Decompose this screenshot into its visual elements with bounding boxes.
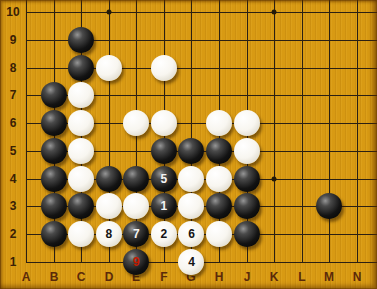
stone-white-C4[interactable] (68, 166, 94, 192)
stone-black-F3[interactable]: 1 (151, 193, 177, 219)
stone-black-B7[interactable] (41, 82, 67, 108)
star-point-K10 (272, 10, 277, 15)
row-coordinate-label: 10 (2, 5, 24, 19)
row-coordinate-label: 2 (2, 227, 24, 241)
move-number-label: 8 (105, 228, 112, 240)
stone-white-J5[interactable] (234, 138, 260, 164)
stone-white-F6[interactable] (151, 110, 177, 136)
row-coordinate-label: 7 (2, 88, 24, 102)
move-number-label: 7 (133, 228, 140, 240)
column-coordinate-label: B (45, 270, 63, 284)
stone-black-B3[interactable] (41, 193, 67, 219)
stone-black-B6[interactable] (41, 110, 67, 136)
stone-black-M3[interactable] (316, 193, 342, 219)
stone-white-D3[interactable] (96, 193, 122, 219)
row-coordinate-label: 1 (2, 255, 24, 269)
stone-black-C9[interactable] (68, 27, 94, 53)
stone-white-G1[interactable]: 4 (178, 249, 204, 275)
stone-white-C6[interactable] (68, 110, 94, 136)
stone-black-J3[interactable] (234, 193, 260, 219)
row-coordinate-label: 9 (2, 33, 24, 47)
go-board[interactable]: 10987654321ABCDEFGHJKLMN51872694 (0, 0, 377, 289)
stone-white-G4[interactable] (178, 166, 204, 192)
move-number-label: 4 (188, 256, 195, 268)
stone-black-H5[interactable] (206, 138, 232, 164)
stone-black-J2[interactable] (234, 221, 260, 247)
stone-white-C7[interactable] (68, 82, 94, 108)
stone-white-E6[interactable] (123, 110, 149, 136)
stone-white-F8[interactable] (151, 55, 177, 81)
stone-black-H3[interactable] (206, 193, 232, 219)
column-coordinate-label: A (17, 270, 35, 284)
move-number-label: 9 (133, 256, 140, 268)
stone-black-F5[interactable] (151, 138, 177, 164)
stone-black-C3[interactable] (68, 193, 94, 219)
stone-black-E2[interactable]: 7 (123, 221, 149, 247)
row-coordinate-label: 4 (2, 172, 24, 186)
column-coordinate-label: L (293, 270, 311, 284)
stone-white-D8[interactable] (96, 55, 122, 81)
stone-black-B2[interactable] (41, 221, 67, 247)
stone-white-J6[interactable] (234, 110, 260, 136)
star-point-K4 (272, 176, 277, 181)
stone-white-H6[interactable] (206, 110, 232, 136)
column-coordinate-label: K (265, 270, 283, 284)
column-coordinate-label: C (72, 270, 90, 284)
stone-white-D2[interactable]: 8 (96, 221, 122, 247)
stone-white-G3[interactable] (178, 193, 204, 219)
column-coordinate-label: J (238, 270, 256, 284)
stone-black-C8[interactable] (68, 55, 94, 81)
stone-white-C5[interactable] (68, 138, 94, 164)
stone-white-H2[interactable] (206, 221, 232, 247)
column-coordinate-label: M (320, 270, 338, 284)
grid-line-horizontal (26, 12, 377, 13)
move-number-label: 5 (161, 173, 168, 185)
column-coordinate-label: D (100, 270, 118, 284)
column-coordinate-label: H (210, 270, 228, 284)
stone-black-D4[interactable] (96, 166, 122, 192)
stone-white-E3[interactable] (123, 193, 149, 219)
star-point-D10 (106, 10, 111, 15)
row-coordinate-label: 5 (2, 144, 24, 158)
column-coordinate-label: N (348, 270, 366, 284)
row-coordinate-label: 6 (2, 116, 24, 130)
stone-black-E4[interactable] (123, 166, 149, 192)
move-number-label: 6 (188, 228, 195, 240)
stone-black-J4[interactable] (234, 166, 260, 192)
column-coordinate-label: F (155, 270, 173, 284)
stone-black-B4[interactable] (41, 166, 67, 192)
stone-black-E1[interactable]: 9 (123, 249, 149, 275)
stone-white-G2[interactable]: 6 (178, 221, 204, 247)
row-coordinate-label: 3 (2, 199, 24, 213)
stone-black-F4[interactable]: 5 (151, 166, 177, 192)
stone-white-H4[interactable] (206, 166, 232, 192)
stone-black-B5[interactable] (41, 138, 67, 164)
stone-black-G5[interactable] (178, 138, 204, 164)
stone-white-F2[interactable]: 2 (151, 221, 177, 247)
move-number-label: 2 (161, 228, 168, 240)
stone-white-C2[interactable] (68, 221, 94, 247)
move-number-label: 1 (161, 200, 168, 212)
row-coordinate-label: 8 (2, 61, 24, 75)
